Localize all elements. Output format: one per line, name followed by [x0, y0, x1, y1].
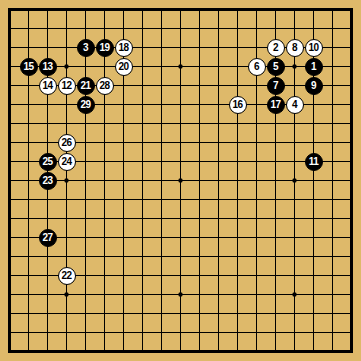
stone-17[interactable]: 17	[267, 96, 285, 114]
stone-9[interactable]: 9	[305, 77, 323, 95]
stone-25[interactable]: 25	[39, 153, 57, 171]
star-point	[292, 64, 296, 68]
stone-12[interactable]: 12	[58, 77, 76, 95]
stone-22[interactable]: 22	[58, 267, 76, 285]
star-point	[178, 292, 182, 296]
stone-2[interactable]: 2	[267, 39, 285, 57]
stone-20[interactable]: 20	[115, 58, 133, 76]
stone-24[interactable]: 24	[58, 153, 76, 171]
stone-23[interactable]: 23	[39, 172, 57, 190]
stone-11[interactable]: 11	[305, 153, 323, 171]
go-board[interactable]: 1234567891011121314151617181920212223242…	[0, 0, 361, 361]
star-point	[292, 292, 296, 296]
stone-6[interactable]: 6	[248, 58, 266, 76]
stone-13[interactable]: 13	[39, 58, 57, 76]
stone-28[interactable]: 28	[96, 77, 114, 95]
stone-18[interactable]: 18	[115, 39, 133, 57]
star-point	[178, 178, 182, 182]
stone-10[interactable]: 10	[305, 39, 323, 57]
stone-7[interactable]: 7	[267, 77, 285, 95]
stone-4[interactable]: 4	[286, 96, 304, 114]
stone-16[interactable]: 16	[229, 96, 247, 114]
star-point	[64, 292, 68, 296]
stone-1[interactable]: 1	[305, 58, 323, 76]
stone-14[interactable]: 14	[39, 77, 57, 95]
stone-29[interactable]: 29	[77, 96, 95, 114]
stone-3[interactable]: 3	[77, 39, 95, 57]
star-point	[292, 178, 296, 182]
stone-19[interactable]: 19	[96, 39, 114, 57]
star-point	[64, 64, 68, 68]
stone-8[interactable]: 8	[286, 39, 304, 57]
star-point	[64, 178, 68, 182]
stone-5[interactable]: 5	[267, 58, 285, 76]
stone-26[interactable]: 26	[58, 134, 76, 152]
stone-27[interactable]: 27	[39, 229, 57, 247]
star-point	[178, 64, 182, 68]
stone-15[interactable]: 15	[20, 58, 38, 76]
stone-21[interactable]: 21	[77, 77, 95, 95]
